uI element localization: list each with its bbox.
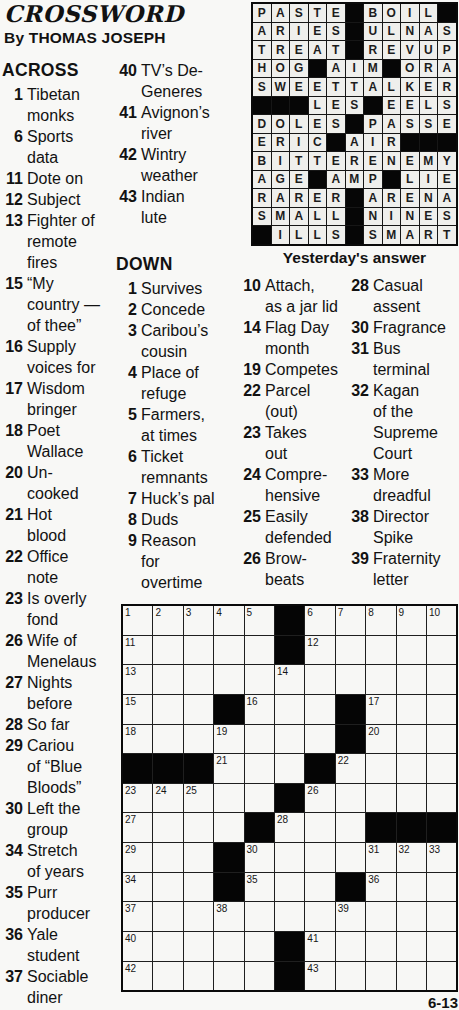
answer-cell: A — [364, 189, 382, 207]
answer-cell: S — [327, 115, 345, 133]
puzzle-cell[interactable] — [305, 665, 334, 694]
puzzle-cell[interactable] — [336, 813, 365, 842]
puzzle-cell[interactable] — [427, 932, 456, 961]
answer-cell: R — [327, 189, 345, 207]
clue-across-42: 42Wintry weather — [116, 144, 237, 186]
puzzle-cell[interactable] — [397, 636, 426, 665]
clue-column-down-3: 28Casual assent30Fragrance31Bus terminal… — [348, 275, 458, 590]
puzzle-cell[interactable]: 15 — [123, 695, 152, 724]
answer-cell: N — [420, 189, 438, 207]
puzzle-cell[interactable] — [305, 725, 334, 754]
answer-cell: E — [290, 78, 308, 96]
clue-list-header-down: DOWN — [116, 254, 237, 275]
puzzle-cell[interactable] — [397, 902, 426, 931]
answer-cell-block — [383, 171, 401, 189]
puzzle-cell[interactable] — [397, 932, 426, 961]
puzzle-cell[interactable] — [214, 813, 243, 842]
clue-down-14: 14Flag Day month — [240, 317, 348, 359]
clue-down-24: 24Compre- hensive — [240, 464, 348, 506]
puzzle-cell[interactable]: 11 — [123, 636, 152, 665]
puzzle-cell[interactable]: 12 — [305, 636, 334, 665]
clue-across-29: 29Cariou of “Blue Bloods” — [2, 735, 114, 798]
date-code: 6-13 — [400, 994, 458, 1010]
clue-number: 37 — [2, 966, 23, 1008]
cell-number: 7 — [338, 607, 344, 618]
clue-text: Subject — [27, 189, 114, 210]
clue-across-15: 15“My country — of thee” — [2, 273, 114, 336]
answer-cell: E — [383, 97, 401, 115]
puzzle-cell[interactable]: 39 — [336, 902, 365, 931]
clue-number: 2 — [116, 299, 137, 320]
cell-number: 37 — [125, 903, 136, 914]
answer-cell: B — [253, 152, 271, 170]
answer-cell-block — [401, 134, 419, 152]
answer-cell: E — [327, 4, 345, 22]
puzzle-cell[interactable]: 17 — [366, 695, 395, 724]
clue-number: 21 — [2, 504, 23, 546]
clue-text: Sports data — [27, 126, 114, 168]
clue-text: Caribou’s cousin — [141, 320, 237, 362]
answer-cell: K — [401, 78, 419, 96]
puzzle-cell[interactable] — [366, 754, 395, 783]
puzzle-cell-block — [275, 784, 304, 813]
clue-text: Bus terminal — [373, 338, 458, 380]
puzzle-cell[interactable] — [214, 636, 243, 665]
answer-cell: L — [290, 226, 308, 244]
clue-text: Director Spike — [373, 506, 458, 548]
puzzle-cell[interactable]: 14 — [275, 665, 304, 694]
clue-text: Wisdom bringer — [27, 378, 114, 420]
answer-cell: R — [364, 41, 382, 59]
puzzle-cell[interactable]: 29 — [123, 843, 152, 872]
clue-number: 39 — [348, 548, 369, 590]
puzzle-cell[interactable] — [184, 932, 213, 961]
puzzle-cell-block — [214, 843, 243, 872]
puzzle-cell[interactable] — [184, 962, 213, 991]
puzzle-cell[interactable] — [427, 695, 456, 724]
puzzle-cell[interactable] — [275, 754, 304, 783]
puzzle-cell-block — [427, 813, 456, 842]
puzzle-cell[interactable]: 24 — [153, 784, 182, 813]
puzzle-cell[interactable] — [214, 932, 243, 961]
puzzle-cell[interactable] — [305, 695, 334, 724]
cell-number: 29 — [125, 844, 136, 855]
puzzle-cell[interactable] — [275, 725, 304, 754]
puzzle-cell-block — [275, 606, 304, 635]
puzzle-cell[interactable] — [305, 813, 334, 842]
clue-down-3: 3Caribou’s cousin — [116, 320, 237, 362]
answer-cell-block — [346, 23, 364, 41]
puzzle-cell[interactable]: 31 — [366, 843, 395, 872]
cell-number: 4 — [216, 607, 222, 618]
puzzle-cell[interactable]: 32 — [397, 843, 426, 872]
answer-cell: L — [309, 208, 327, 226]
clue-down-22: 22Parcel (out) — [240, 380, 348, 422]
puzzle-cell[interactable] — [305, 843, 334, 872]
puzzle-cell[interactable] — [336, 665, 365, 694]
answer-cell: T — [346, 78, 364, 96]
puzzle-cell[interactable] — [153, 665, 182, 694]
cell-number: 16 — [247, 696, 258, 707]
clue-number: 25 — [240, 506, 261, 548]
cell-number: 30 — [247, 844, 258, 855]
clue-text: Easily defended — [265, 506, 348, 548]
clue-down-25: 25Easily defended — [240, 506, 348, 548]
answer-cell: R — [383, 134, 401, 152]
puzzle-cell-block — [397, 813, 426, 842]
puzzle-cell[interactable] — [184, 695, 213, 724]
puzzle-cell[interactable]: 37 — [123, 902, 152, 931]
cell-number: 3 — [186, 607, 192, 618]
clue-across-41: 41Avignon’s river — [116, 102, 237, 144]
answer-cell: R — [438, 78, 456, 96]
answer-cell-block — [346, 41, 364, 59]
answer-cell-block — [438, 4, 456, 22]
clue-text: Avignon’s river — [141, 102, 237, 144]
clue-text: Compre- hensive — [265, 464, 348, 506]
answer-cell: R — [383, 189, 401, 207]
puzzle-cell[interactable] — [153, 962, 182, 991]
puzzle-cell[interactable] — [336, 962, 365, 991]
cell-number: 9 — [399, 607, 405, 618]
clue-number: 29 — [2, 735, 23, 798]
clue-down-6: 6Ticket remnants — [116, 446, 237, 488]
answer-cell: S — [253, 78, 271, 96]
cell-number: 11 — [125, 637, 135, 648]
answer-cell: O — [272, 115, 290, 133]
puzzle-cell[interactable] — [153, 843, 182, 872]
puzzle-cell[interactable]: 40 — [123, 932, 152, 961]
puzzle-cell[interactable] — [214, 962, 243, 991]
puzzle-cell[interactable] — [245, 962, 274, 991]
answer-cell: R — [420, 226, 438, 244]
puzzle-cell[interactable] — [397, 665, 426, 694]
puzzle-cell[interactable] — [245, 636, 274, 665]
clue-across-34: 34Stretch of years — [2, 840, 114, 882]
puzzle-cell[interactable] — [184, 725, 213, 754]
puzzle-cell[interactable] — [366, 636, 395, 665]
cell-number: 22 — [338, 755, 349, 766]
puzzle-cell[interactable] — [245, 784, 274, 813]
puzzle-cell[interactable] — [427, 665, 456, 694]
puzzle-cell[interactable]: 33 — [427, 843, 456, 872]
answer-cell: I — [364, 134, 382, 152]
answer-cell: R — [290, 189, 308, 207]
cell-number: 25 — [186, 785, 197, 796]
answer-cell: S — [327, 226, 345, 244]
puzzle-cell[interactable]: 27 — [123, 813, 152, 842]
masthead: CROSSWORD By THOMAS JOSEPH — [4, 1, 184, 47]
clue-text: Parcel (out) — [265, 380, 348, 422]
clue-across-20: 20Un- cooked — [2, 462, 114, 504]
answer-cell: P — [364, 115, 382, 133]
puzzle-cell[interactable]: 19 — [214, 725, 243, 754]
puzzle-cell[interactable]: 28 — [275, 813, 304, 842]
puzzle-cell[interactable]: 6 — [305, 606, 334, 635]
puzzle-cell[interactable] — [153, 813, 182, 842]
clue-text: Brow- beats — [265, 548, 348, 590]
answer-cell: A — [253, 23, 271, 41]
clue-across-36: 36Yale student — [2, 924, 114, 966]
answer-cell: T — [309, 4, 327, 22]
puzzle-cell[interactable] — [336, 843, 365, 872]
puzzle-cell[interactable] — [427, 784, 456, 813]
answer-cell-block — [253, 226, 271, 244]
clue-text: Poet Wallace — [27, 420, 114, 462]
puzzle-cell[interactable] — [245, 902, 274, 931]
puzzle-cell[interactable]: 41 — [305, 932, 334, 961]
puzzle-cell[interactable] — [427, 636, 456, 665]
answer-cell-block — [290, 97, 308, 115]
puzzle-cell[interactable] — [153, 695, 182, 724]
puzzle-cell[interactable]: 36 — [366, 873, 395, 902]
answer-cell: I — [290, 134, 308, 152]
page-title: CROSSWORD — [4, 1, 184, 26]
puzzle-cell[interactable] — [245, 725, 274, 754]
puzzle-cell[interactable] — [184, 813, 213, 842]
puzzle-cell[interactable] — [366, 665, 395, 694]
clue-text: Purr producer — [27, 882, 114, 924]
answer-cell: H — [253, 60, 271, 78]
clue-text: Place of refuge — [141, 362, 237, 404]
clue-number: 15 — [2, 273, 23, 336]
answer-cell: A — [327, 171, 345, 189]
answer-cell-block — [346, 208, 364, 226]
puzzle-cell[interactable] — [366, 932, 395, 961]
cell-number: 5 — [247, 607, 253, 618]
puzzle-cell[interactable]: 26 — [305, 784, 334, 813]
puzzle-cell[interactable] — [366, 962, 395, 991]
answer-cell: E — [327, 152, 345, 170]
puzzle-cell[interactable] — [397, 695, 426, 724]
clue-text: Is overly fond — [27, 588, 114, 630]
clue-down-9: 9Reason for overtime — [116, 530, 237, 593]
puzzle-cell[interactable] — [336, 636, 365, 665]
puzzle-cell-block — [366, 813, 395, 842]
clue-number: 4 — [116, 362, 137, 404]
puzzle-cell[interactable] — [397, 725, 426, 754]
clue-text: Cariou of “Blue Bloods” — [27, 735, 114, 798]
answer-cell: S — [346, 97, 364, 115]
answer-cell: O — [401, 60, 419, 78]
puzzle-cell[interactable]: 43 — [305, 962, 334, 991]
puzzle-cell[interactable]: 25 — [184, 784, 213, 813]
answer-cell: A — [272, 189, 290, 207]
answer-cell: T — [309, 152, 327, 170]
puzzle-cell-block — [305, 754, 334, 783]
puzzle-cell[interactable] — [153, 873, 182, 902]
puzzle-cell[interactable]: 10 — [427, 606, 456, 635]
puzzle-cell[interactable]: 9 — [397, 606, 426, 635]
puzzle-cell[interactable] — [397, 873, 426, 902]
clue-number: 34 — [2, 840, 23, 882]
answer-cell: S — [420, 115, 438, 133]
answer-cell-block — [420, 134, 438, 152]
puzzle-cell-block — [123, 754, 152, 783]
puzzle-cell[interactable]: 1 — [123, 606, 152, 635]
puzzle-cell[interactable]: 38 — [214, 902, 243, 931]
clue-down-31: 31Bus terminal — [348, 338, 458, 380]
puzzle-cell[interactable]: 20 — [366, 725, 395, 754]
puzzle-cell[interactable] — [153, 932, 182, 961]
puzzle-cell[interactable]: 4 — [214, 606, 243, 635]
answer-cell: A — [309, 41, 327, 59]
puzzle-cell[interactable] — [366, 902, 395, 931]
puzzle-cell[interactable] — [184, 873, 213, 902]
puzzle-cell[interactable] — [275, 843, 304, 872]
puzzle-cell[interactable] — [397, 962, 426, 991]
answer-cell: D — [253, 115, 271, 133]
puzzle-cell[interactable] — [275, 873, 304, 902]
answer-cell: S — [290, 4, 308, 22]
answer-cell: A — [272, 4, 290, 22]
clue-text: Attach, as a jar lid — [265, 275, 348, 317]
puzzle-cell[interactable] — [245, 932, 274, 961]
puzzle-cell[interactable] — [427, 962, 456, 991]
clue-number: 33 — [348, 464, 369, 506]
answer-cell: E — [309, 78, 327, 96]
puzzle-cell[interactable] — [427, 873, 456, 902]
puzzle-cell[interactable]: 13 — [123, 665, 152, 694]
clue-text: Duds — [141, 509, 237, 530]
clue-number: 38 — [348, 506, 369, 548]
answer-cell: R — [272, 134, 290, 152]
cell-number: 19 — [216, 726, 227, 737]
puzzle-cell[interactable]: 35 — [245, 873, 274, 902]
puzzle-cell[interactable] — [184, 902, 213, 931]
cell-number: 42 — [125, 963, 136, 974]
puzzle-cell[interactable]: 22 — [336, 754, 365, 783]
puzzle-cell[interactable]: 8 — [366, 606, 395, 635]
puzzle-cell[interactable] — [245, 665, 274, 694]
answer-cell-block — [309, 171, 327, 189]
answer-cell: T — [438, 226, 456, 244]
answer-cell: S — [438, 208, 456, 226]
answer-cell: I — [346, 60, 364, 78]
cell-number: 2 — [155, 607, 161, 618]
clue-across-27: 27Nights before — [2, 672, 114, 714]
answer-cell: A — [327, 60, 345, 78]
puzzle-cell[interactable] — [214, 784, 243, 813]
puzzle-cell[interactable] — [305, 902, 334, 931]
clue-across-35: 35Purr producer — [2, 882, 114, 924]
clue-across-16: 16Supply voices for — [2, 336, 114, 378]
clue-text: Reason for overtime — [141, 530, 237, 593]
puzzle-cell[interactable] — [427, 725, 456, 754]
clue-number: 12 — [2, 189, 23, 210]
clue-text: Hot blood — [27, 504, 114, 546]
clue-number: 30 — [348, 317, 369, 338]
clue-text: Fighter of remote fires — [27, 210, 114, 273]
clue-column-across-down: 40TV’s De- Generes41Avignon’s river42Win… — [116, 60, 237, 593]
puzzle-cell[interactable]: 42 — [123, 962, 152, 991]
clue-down-2: 2Concede — [116, 299, 237, 320]
clue-text: Wintry weather — [141, 144, 237, 186]
cell-number: 31 — [368, 844, 379, 855]
answer-cell: S — [253, 208, 271, 226]
puzzle-cell[interactable] — [427, 902, 456, 931]
puzzle-cell[interactable]: 3 — [184, 606, 213, 635]
clue-number: 1 — [116, 278, 137, 299]
clue-text: Concede — [141, 299, 237, 320]
puzzle-cell[interactable] — [305, 873, 334, 902]
puzzle-cell[interactable] — [153, 902, 182, 931]
yesterday-answer-grid: PASTEBOILARIESULNASTREATREVUPHOGAIMORASW… — [251, 2, 458, 246]
answer-cell-block — [309, 60, 327, 78]
puzzle-cell[interactable] — [184, 636, 213, 665]
puzzle-cell[interactable] — [245, 754, 274, 783]
cell-number: 13 — [125, 666, 136, 677]
cell-number: 23 — [125, 785, 136, 796]
answer-cell-block — [346, 189, 364, 207]
puzzle-cell[interactable]: 18 — [123, 725, 152, 754]
puzzle-cell[interactable]: 2 — [153, 606, 182, 635]
puzzle-cell[interactable] — [184, 665, 213, 694]
answer-cell: S — [364, 226, 382, 244]
clue-number: 36 — [2, 924, 23, 966]
answer-cell-block — [383, 60, 401, 78]
puzzle-cell[interactable]: 7 — [336, 606, 365, 635]
clue-text: Left the group — [27, 798, 114, 840]
answer-cell-block — [346, 115, 364, 133]
clue-number: 20 — [2, 462, 23, 504]
clue-text: Farmers, at times — [141, 404, 237, 446]
cell-number: 6 — [307, 607, 313, 618]
puzzle-cell[interactable] — [397, 754, 426, 783]
puzzle-cell[interactable] — [153, 725, 182, 754]
puzzle-cell[interactable] — [214, 665, 243, 694]
clue-text: Stretch of years — [27, 840, 114, 882]
answer-cell: E — [438, 171, 456, 189]
puzzle-cell[interactable] — [427, 754, 456, 783]
puzzle-cell[interactable] — [275, 902, 304, 931]
puzzle-cell[interactable] — [397, 784, 426, 813]
clue-text: Fragrance — [373, 317, 458, 338]
clue-number: 23 — [240, 422, 261, 464]
puzzle-cell[interactable]: 34 — [123, 873, 152, 902]
clue-across-11: 11Dote on — [2, 168, 114, 189]
answer-cell: E — [420, 78, 438, 96]
cell-number: 18 — [125, 726, 136, 737]
clue-column-across: ACROSS1Tibetan monks6Sports data11Dote o… — [2, 60, 114, 1008]
puzzle-cell[interactable]: 16 — [245, 695, 274, 724]
puzzle-cell[interactable]: 21 — [214, 754, 243, 783]
answer-cell: A — [290, 208, 308, 226]
puzzle-cell[interactable] — [184, 843, 213, 872]
puzzle-cell[interactable] — [153, 636, 182, 665]
answer-cell: L — [383, 78, 401, 96]
cell-number: 17 — [368, 696, 379, 707]
puzzle-cell[interactable] — [275, 695, 304, 724]
puzzle-cell[interactable]: 30 — [245, 843, 274, 872]
puzzle-cell[interactable]: 5 — [245, 606, 274, 635]
cell-number: 39 — [338, 903, 349, 914]
answer-cell: A — [438, 189, 456, 207]
clue-text: Dote on — [27, 168, 114, 189]
cell-number: 35 — [247, 874, 258, 885]
puzzle-cell[interactable] — [366, 784, 395, 813]
clue-number: 26 — [240, 548, 261, 590]
cell-number: 38 — [216, 903, 227, 914]
puzzle-cell[interactable] — [336, 784, 365, 813]
clue-across-6: 6Sports data — [2, 126, 114, 168]
puzzle-cell[interactable]: 23 — [123, 784, 152, 813]
clue-text: More dreadful — [373, 464, 458, 506]
puzzle-cell[interactable] — [336, 932, 365, 961]
answer-cell: E — [253, 134, 271, 152]
answer-cell: A — [383, 115, 401, 133]
clue-text: Flag Day month — [265, 317, 348, 359]
